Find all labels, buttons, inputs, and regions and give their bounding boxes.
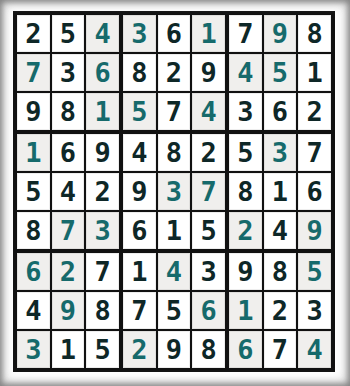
- cell-r2c7-given[interactable]: 4: [229, 54, 262, 91]
- cell-r9c3-solved[interactable]: 5: [86, 331, 119, 368]
- cell-r6c6-solved[interactable]: 5: [192, 212, 225, 249]
- cell-r3c3-given[interactable]: 1: [86, 93, 119, 130]
- cell-r6c3-given[interactable]: 3: [86, 212, 119, 249]
- cell-r3c9-solved[interactable]: 2: [298, 93, 331, 130]
- cell-r5c5-given[interactable]: 3: [158, 173, 191, 210]
- cell-r8c5-solved[interactable]: 5: [158, 292, 191, 329]
- cell-r8c1-solved[interactable]: 4: [17, 292, 50, 329]
- cell-r2c1-given[interactable]: 7: [17, 54, 50, 91]
- cell-r5c4-solved[interactable]: 9: [123, 173, 156, 210]
- sudoku-box-2: 361829574: [123, 15, 225, 130]
- cell-r3c8-solved[interactable]: 6: [264, 93, 297, 130]
- cell-r5c2-solved[interactable]: 4: [52, 173, 85, 210]
- sudoku-box-5: 482937615: [123, 134, 225, 249]
- cell-r8c9-solved[interactable]: 3: [298, 292, 331, 329]
- cell-r3c4-given[interactable]: 5: [123, 93, 156, 130]
- cell-r1c1-solved[interactable]: 2: [17, 15, 50, 52]
- cell-r8c7-given[interactable]: 1: [229, 292, 262, 329]
- cell-r2c2-solved[interactable]: 3: [52, 54, 85, 91]
- sudoku-box-1: 254736981: [17, 15, 119, 130]
- cell-r7c1-given[interactable]: 6: [17, 253, 50, 290]
- sudoku-box-9: 985123674: [229, 253, 331, 368]
- cell-r8c4-solved[interactable]: 7: [123, 292, 156, 329]
- cell-r7c5-given[interactable]: 4: [158, 253, 191, 290]
- cell-r1c5-solved[interactable]: 6: [158, 15, 191, 52]
- cell-r6c4-solved[interactable]: 6: [123, 212, 156, 249]
- sudoku-box-3: 798451362: [229, 15, 331, 130]
- cell-r4c3-solved[interactable]: 9: [86, 134, 119, 171]
- cell-r8c8-solved[interactable]: 2: [264, 292, 297, 329]
- cell-r2c6-solved[interactable]: 9: [192, 54, 225, 91]
- cell-r5c1-solved[interactable]: 5: [17, 173, 50, 210]
- cell-r9c9-given[interactable]: 4: [298, 331, 331, 368]
- sudoku-box-7: 627498315: [17, 253, 119, 368]
- cell-r9c7-given[interactable]: 6: [229, 331, 262, 368]
- cell-r9c5-solved[interactable]: 9: [158, 331, 191, 368]
- cell-r6c5-solved[interactable]: 1: [158, 212, 191, 249]
- cell-r9c4-given[interactable]: 2: [123, 331, 156, 368]
- cell-r9c2-solved[interactable]: 1: [52, 331, 85, 368]
- cell-r4c8-given[interactable]: 3: [264, 134, 297, 171]
- cell-r3c7-solved[interactable]: 3: [229, 93, 262, 130]
- cell-r9c6-solved[interactable]: 8: [192, 331, 225, 368]
- cell-r9c8-solved[interactable]: 7: [264, 331, 297, 368]
- cell-r3c2-solved[interactable]: 8: [52, 93, 85, 130]
- cell-r4c7-solved[interactable]: 5: [229, 134, 262, 171]
- cell-r8c2-given[interactable]: 9: [52, 292, 85, 329]
- cell-r7c8-solved[interactable]: 8: [264, 253, 297, 290]
- cell-r2c8-given[interactable]: 5: [264, 54, 297, 91]
- cell-r3c6-given[interactable]: 4: [192, 93, 225, 130]
- cell-r4c1-given[interactable]: 1: [17, 134, 50, 171]
- cell-r5c3-solved[interactable]: 2: [86, 173, 119, 210]
- cell-r8c6-given[interactable]: 6: [192, 292, 225, 329]
- cell-r7c3-solved[interactable]: 7: [86, 253, 119, 290]
- cell-r4c4-solved[interactable]: 4: [123, 134, 156, 171]
- cell-r1c7-solved[interactable]: 7: [229, 15, 262, 52]
- cell-r7c4-solved[interactable]: 1: [123, 253, 156, 290]
- cell-r1c6-given[interactable]: 1: [192, 15, 225, 52]
- cell-r2c9-solved[interactable]: 1: [298, 54, 331, 91]
- cell-r4c6-solved[interactable]: 2: [192, 134, 225, 171]
- sudoku-board: 2547369813618295747984513621695428734829…: [13, 11, 335, 372]
- cell-r1c2-solved[interactable]: 5: [52, 15, 85, 52]
- cell-r1c8-given[interactable]: 9: [264, 15, 297, 52]
- cell-r7c9-given[interactable]: 5: [298, 253, 331, 290]
- cell-r2c4-solved[interactable]: 8: [123, 54, 156, 91]
- cell-r6c7-given[interactable]: 2: [229, 212, 262, 249]
- cell-r8c3-solved[interactable]: 8: [86, 292, 119, 329]
- cell-r1c4-given[interactable]: 3: [123, 15, 156, 52]
- cell-r7c7-solved[interactable]: 9: [229, 253, 262, 290]
- cell-r7c2-given[interactable]: 2: [52, 253, 85, 290]
- cell-r6c2-given[interactable]: 7: [52, 212, 85, 249]
- sudoku-box-6: 537816249: [229, 134, 331, 249]
- cell-r3c5-solved[interactable]: 7: [158, 93, 191, 130]
- cell-r5c8-solved[interactable]: 1: [264, 173, 297, 210]
- cell-r5c6-given[interactable]: 7: [192, 173, 225, 210]
- cell-r1c9-solved[interactable]: 8: [298, 15, 331, 52]
- cell-r4c5-solved[interactable]: 8: [158, 134, 191, 171]
- cell-r3c1-solved[interactable]: 9: [17, 93, 50, 130]
- cell-r5c7-solved[interactable]: 8: [229, 173, 262, 210]
- sudoku-box-4: 169542873: [17, 134, 119, 249]
- cell-r2c5-solved[interactable]: 2: [158, 54, 191, 91]
- cell-r7c6-solved[interactable]: 3: [192, 253, 225, 290]
- cell-r1c3-given[interactable]: 4: [86, 15, 119, 52]
- cell-r4c2-solved[interactable]: 6: [52, 134, 85, 171]
- cell-r6c1-solved[interactable]: 8: [17, 212, 50, 249]
- cell-r4c9-solved[interactable]: 7: [298, 134, 331, 171]
- cell-r6c8-solved[interactable]: 4: [264, 212, 297, 249]
- cell-r2c3-given[interactable]: 6: [86, 54, 119, 91]
- sudoku-box-8: 143756298: [123, 253, 225, 368]
- cell-r6c9-given[interactable]: 9: [298, 212, 331, 249]
- cell-r9c1-given[interactable]: 3: [17, 331, 50, 368]
- cell-r5c9-solved[interactable]: 6: [298, 173, 331, 210]
